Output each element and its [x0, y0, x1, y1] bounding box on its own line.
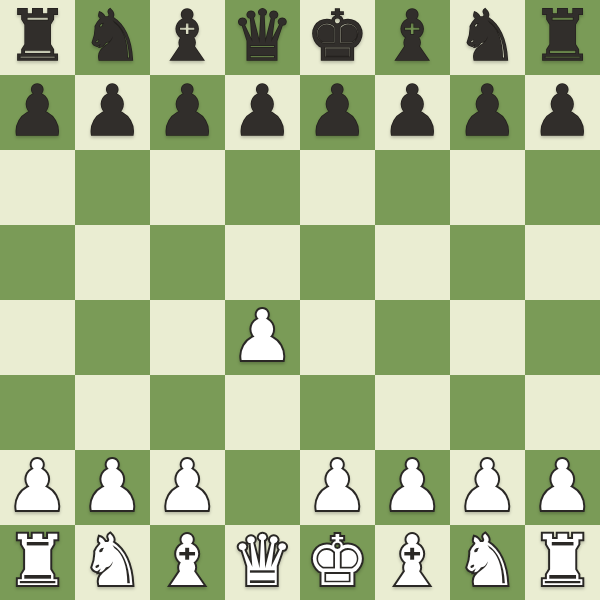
piece-white-bishop-f1[interactable]: ♝	[381, 526, 444, 596]
square-g1[interactable]: ♞	[450, 525, 525, 600]
square-e3[interactable]	[300, 375, 375, 450]
chess-board: ♜♞♝♛♚♝♞♜♟♟♟♟♟♟♟♟♟♟♟♟♟♟♟♟♜♞♝♛♚♝♞♜	[0, 0, 600, 600]
piece-black-king-e8[interactable]: ♚	[306, 1, 369, 71]
square-h5[interactable]	[525, 225, 600, 300]
piece-white-pawn-d4[interactable]: ♟	[231, 301, 294, 371]
piece-white-pawn-f2[interactable]: ♟	[381, 451, 444, 521]
square-f2[interactable]: ♟	[375, 450, 450, 525]
square-a7[interactable]: ♟	[0, 75, 75, 150]
square-c8[interactable]: ♝	[150, 0, 225, 75]
square-a8[interactable]: ♜	[0, 0, 75, 75]
square-c4[interactable]	[150, 300, 225, 375]
square-a4[interactable]	[0, 300, 75, 375]
square-b5[interactable]	[75, 225, 150, 300]
piece-black-queen-d8[interactable]: ♛	[231, 1, 294, 71]
square-b2[interactable]: ♟	[75, 450, 150, 525]
piece-black-pawn-e7[interactable]: ♟	[306, 76, 369, 146]
square-g3[interactable]	[450, 375, 525, 450]
square-a1[interactable]: ♜	[0, 525, 75, 600]
piece-black-pawn-g7[interactable]: ♟	[456, 76, 519, 146]
square-g2[interactable]: ♟	[450, 450, 525, 525]
square-b3[interactable]	[75, 375, 150, 450]
piece-white-queen-d1[interactable]: ♛	[231, 526, 294, 596]
piece-white-pawn-c2[interactable]: ♟	[156, 451, 219, 521]
square-c3[interactable]	[150, 375, 225, 450]
square-b6[interactable]	[75, 150, 150, 225]
piece-black-pawn-f7[interactable]: ♟	[381, 76, 444, 146]
piece-black-rook-a8[interactable]: ♜	[6, 1, 69, 71]
square-h6[interactable]	[525, 150, 600, 225]
piece-white-bishop-c1[interactable]: ♝	[156, 526, 219, 596]
piece-white-rook-h1[interactable]: ♜	[531, 526, 594, 596]
square-g4[interactable]	[450, 300, 525, 375]
square-a5[interactable]	[0, 225, 75, 300]
square-c2[interactable]: ♟	[150, 450, 225, 525]
square-d7[interactable]: ♟	[225, 75, 300, 150]
square-c6[interactable]	[150, 150, 225, 225]
square-d3[interactable]	[225, 375, 300, 450]
square-h2[interactable]: ♟	[525, 450, 600, 525]
square-e6[interactable]	[300, 150, 375, 225]
square-d6[interactable]	[225, 150, 300, 225]
square-g6[interactable]	[450, 150, 525, 225]
piece-black-knight-b8[interactable]: ♞	[81, 1, 144, 71]
piece-white-pawn-e2[interactable]: ♟	[306, 451, 369, 521]
square-f6[interactable]	[375, 150, 450, 225]
piece-white-pawn-b2[interactable]: ♟	[81, 451, 144, 521]
piece-black-pawn-c7[interactable]: ♟	[156, 76, 219, 146]
piece-white-rook-a1[interactable]: ♜	[6, 526, 69, 596]
square-f7[interactable]: ♟	[375, 75, 450, 150]
square-b7[interactable]: ♟	[75, 75, 150, 150]
piece-white-king-e1[interactable]: ♚	[306, 526, 369, 596]
piece-black-knight-g8[interactable]: ♞	[456, 1, 519, 71]
square-h3[interactable]	[525, 375, 600, 450]
square-d2[interactable]	[225, 450, 300, 525]
square-e8[interactable]: ♚	[300, 0, 375, 75]
square-e5[interactable]	[300, 225, 375, 300]
piece-black-pawn-d7[interactable]: ♟	[231, 76, 294, 146]
square-d1[interactable]: ♛	[225, 525, 300, 600]
piece-white-knight-g1[interactable]: ♞	[456, 526, 519, 596]
piece-white-pawn-g2[interactable]: ♟	[456, 451, 519, 521]
square-d8[interactable]: ♛	[225, 0, 300, 75]
piece-black-bishop-c8[interactable]: ♝	[156, 1, 219, 71]
square-f1[interactable]: ♝	[375, 525, 450, 600]
square-e7[interactable]: ♟	[300, 75, 375, 150]
square-b1[interactable]: ♞	[75, 525, 150, 600]
square-h7[interactable]: ♟	[525, 75, 600, 150]
square-b4[interactable]	[75, 300, 150, 375]
square-c1[interactable]: ♝	[150, 525, 225, 600]
square-f5[interactable]	[375, 225, 450, 300]
square-f8[interactable]: ♝	[375, 0, 450, 75]
square-e1[interactable]: ♚	[300, 525, 375, 600]
square-h8[interactable]: ♜	[525, 0, 600, 75]
square-f3[interactable]	[375, 375, 450, 450]
square-d5[interactable]	[225, 225, 300, 300]
piece-white-pawn-h2[interactable]: ♟	[531, 451, 594, 521]
square-e4[interactable]	[300, 300, 375, 375]
square-e2[interactable]: ♟	[300, 450, 375, 525]
square-d4[interactable]: ♟	[225, 300, 300, 375]
square-c5[interactable]	[150, 225, 225, 300]
square-a2[interactable]: ♟	[0, 450, 75, 525]
piece-black-rook-h8[interactable]: ♜	[531, 1, 594, 71]
square-g7[interactable]: ♟	[450, 75, 525, 150]
square-a6[interactable]	[0, 150, 75, 225]
square-c7[interactable]: ♟	[150, 75, 225, 150]
square-b8[interactable]: ♞	[75, 0, 150, 75]
square-h1[interactable]: ♜	[525, 525, 600, 600]
piece-white-knight-b1[interactable]: ♞	[81, 526, 144, 596]
piece-black-pawn-b7[interactable]: ♟	[81, 76, 144, 146]
square-g8[interactable]: ♞	[450, 0, 525, 75]
piece-black-pawn-h7[interactable]: ♟	[531, 76, 594, 146]
square-a3[interactable]	[0, 375, 75, 450]
piece-black-bishop-f8[interactable]: ♝	[381, 1, 444, 71]
square-g5[interactable]	[450, 225, 525, 300]
piece-white-pawn-a2[interactable]: ♟	[6, 451, 69, 521]
square-h4[interactable]	[525, 300, 600, 375]
piece-black-pawn-a7[interactable]: ♟	[6, 76, 69, 146]
square-f4[interactable]	[375, 300, 450, 375]
